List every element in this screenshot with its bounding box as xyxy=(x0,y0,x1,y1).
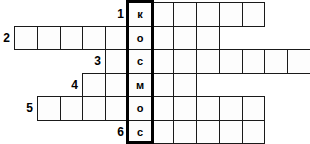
crossword-cell[interactable] xyxy=(105,96,129,121)
crossword-cell[interactable] xyxy=(196,2,220,27)
crossword-cell[interactable] xyxy=(173,120,197,144)
crossword-cell[interactable] xyxy=(151,120,174,144)
cell-letter: о xyxy=(137,103,144,114)
crossword-cell[interactable] xyxy=(105,26,129,50)
cell-letter: о xyxy=(137,33,144,44)
crossword-cell[interactable] xyxy=(196,49,220,74)
crossword-cell[interactable] xyxy=(37,96,61,121)
crossword-cell[interactable] xyxy=(173,26,197,50)
clue-number: 2 xyxy=(0,26,10,50)
crossword-cell[interactable] xyxy=(60,96,83,121)
crossword-cell[interactable] xyxy=(219,120,243,144)
keyword-cell[interactable]: к xyxy=(128,2,152,27)
crossword-cell[interactable] xyxy=(151,73,174,97)
crossword-cell[interactable] xyxy=(173,49,197,74)
clue-number: 1 xyxy=(106,2,124,26)
crossword-cell[interactable] xyxy=(264,49,288,74)
crossword-cell[interactable] xyxy=(105,73,129,97)
crossword-cell[interactable] xyxy=(196,96,220,121)
crossword-cell[interactable] xyxy=(151,49,174,74)
crossword-cell[interactable] xyxy=(196,120,220,144)
crossword-cell[interactable] xyxy=(287,49,310,74)
keyword-cell[interactable]: м xyxy=(128,73,152,97)
crossword-cell[interactable] xyxy=(173,73,197,97)
cell-letter: к xyxy=(137,9,143,20)
keyword-cell[interactable]: о xyxy=(128,96,152,121)
crossword-cell[interactable] xyxy=(219,96,243,121)
crossword-cell[interactable] xyxy=(242,2,265,27)
crossword-cell[interactable] xyxy=(219,2,243,27)
crossword-cell[interactable] xyxy=(82,96,106,121)
cell-letter: м xyxy=(136,80,144,91)
crossword-cell[interactable] xyxy=(242,49,265,74)
crossword-cell[interactable] xyxy=(37,26,61,50)
crossword-cell[interactable] xyxy=(219,49,243,74)
keyword-cell[interactable]: с xyxy=(128,120,152,144)
cell-letter: с xyxy=(137,127,143,138)
cell-letter: с xyxy=(137,56,143,67)
keyword-cell[interactable]: о xyxy=(128,26,152,50)
crossword-cell[interactable] xyxy=(173,2,197,27)
crossword-board: космос123456 xyxy=(0,0,310,144)
crossword-cell[interactable] xyxy=(82,73,106,97)
crossword-cell[interactable] xyxy=(173,96,197,121)
crossword-cell[interactable] xyxy=(14,26,38,50)
crossword-cell[interactable] xyxy=(105,49,129,74)
crossword-cell[interactable] xyxy=(151,2,174,27)
keyword-cell[interactable]: с xyxy=(128,49,152,74)
crossword-cell[interactable] xyxy=(242,120,265,144)
clue-number: 5 xyxy=(15,96,33,120)
clue-number: 4 xyxy=(60,73,78,97)
crossword-cell[interactable] xyxy=(242,96,265,121)
crossword-cell[interactable] xyxy=(151,26,174,50)
clue-number: 6 xyxy=(106,120,124,144)
crossword-cell[interactable] xyxy=(82,26,106,50)
clue-number: 3 xyxy=(83,49,101,73)
crossword-cell[interactable] xyxy=(196,26,220,50)
crossword-cell[interactable] xyxy=(151,96,174,121)
crossword-cell[interactable] xyxy=(60,26,83,50)
